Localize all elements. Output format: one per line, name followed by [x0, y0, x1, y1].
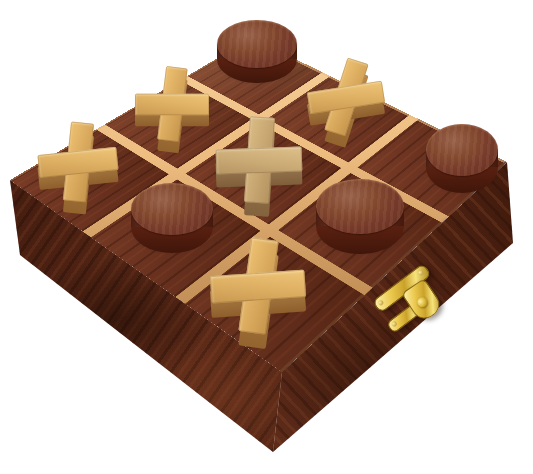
- product-photo: [0, 0, 533, 474]
- x-piece: [198, 226, 319, 347]
- pieces-layer: [0, 0, 533, 474]
- x-piece: [27, 111, 128, 212]
- x-piece: [298, 49, 395, 146]
